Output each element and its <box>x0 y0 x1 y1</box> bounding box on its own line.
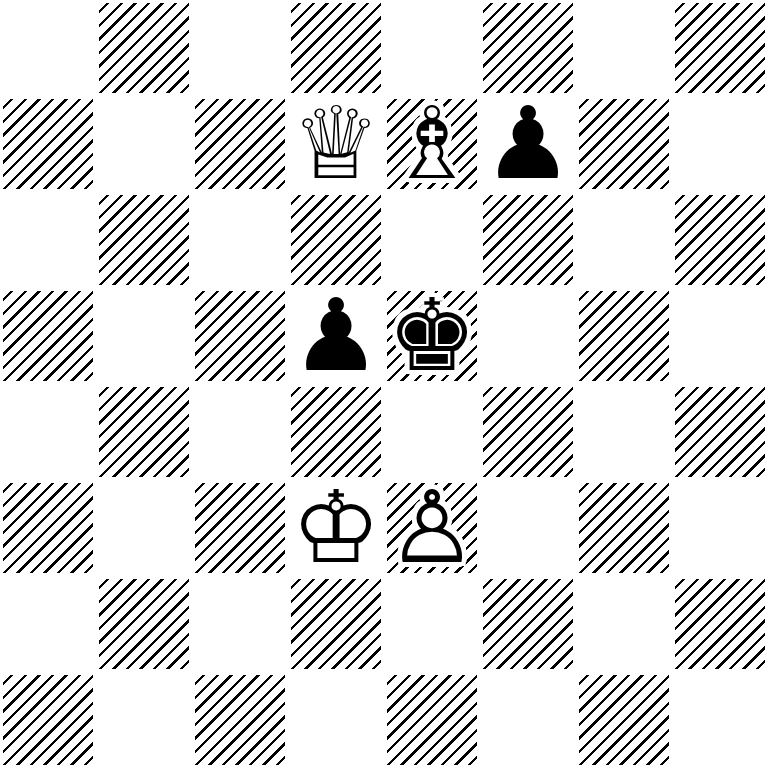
square-c4[interactable] <box>192 384 288 480</box>
square-b5[interactable] <box>96 288 192 384</box>
white-pawn-icon: ♙ <box>384 480 480 576</box>
square-h6[interactable] <box>672 192 768 288</box>
square-c7[interactable] <box>192 96 288 192</box>
square-b7[interactable] <box>96 96 192 192</box>
square-a8[interactable] <box>0 0 96 96</box>
square-b3[interactable] <box>96 480 192 576</box>
white-king-icon: ♔ <box>288 480 384 576</box>
square-e3[interactable]: ♟♙ <box>384 480 480 576</box>
black-king-icon: ♚ <box>384 288 480 384</box>
square-f1[interactable] <box>480 672 576 768</box>
square-d6[interactable] <box>288 192 384 288</box>
square-h3[interactable] <box>672 480 768 576</box>
square-a2[interactable] <box>0 576 96 672</box>
square-g8[interactable] <box>576 0 672 96</box>
white-king-fill: ♚ <box>288 480 384 576</box>
square-g5[interactable] <box>576 288 672 384</box>
square-f5[interactable] <box>480 288 576 384</box>
white-queen-fill: ♛ <box>288 96 384 192</box>
square-f4[interactable] <box>480 384 576 480</box>
black-pawn-icon: ♟ <box>480 96 576 192</box>
square-a5[interactable] <box>0 288 96 384</box>
square-d4[interactable] <box>288 384 384 480</box>
square-g6[interactable] <box>576 192 672 288</box>
square-h8[interactable] <box>672 0 768 96</box>
square-f3[interactable] <box>480 480 576 576</box>
square-f2[interactable] <box>480 576 576 672</box>
square-f8[interactable] <box>480 0 576 96</box>
square-b2[interactable] <box>96 576 192 672</box>
square-d2[interactable] <box>288 576 384 672</box>
square-c8[interactable] <box>192 0 288 96</box>
square-d8[interactable] <box>288 0 384 96</box>
square-c3[interactable] <box>192 480 288 576</box>
chess-board: ♛♕♝♗♟♟♚♚♔♟♙ <box>0 0 768 768</box>
black-pawn-icon: ♟ <box>288 288 384 384</box>
square-e7[interactable]: ♝♗ <box>384 96 480 192</box>
square-g7[interactable] <box>576 96 672 192</box>
square-g1[interactable] <box>576 672 672 768</box>
square-e2[interactable] <box>384 576 480 672</box>
square-d1[interactable] <box>288 672 384 768</box>
square-e5[interactable]: ♚ <box>384 288 480 384</box>
square-f6[interactable] <box>480 192 576 288</box>
square-h4[interactable] <box>672 384 768 480</box>
square-c2[interactable] <box>192 576 288 672</box>
square-e4[interactable] <box>384 384 480 480</box>
square-a4[interactable] <box>0 384 96 480</box>
square-e6[interactable] <box>384 192 480 288</box>
square-a3[interactable] <box>0 480 96 576</box>
square-g4[interactable] <box>576 384 672 480</box>
square-c1[interactable] <box>192 672 288 768</box>
square-b6[interactable] <box>96 192 192 288</box>
square-h5[interactable] <box>672 288 768 384</box>
white-queen-icon: ♕ <box>288 96 384 192</box>
square-h1[interactable] <box>672 672 768 768</box>
square-f7[interactable]: ♟ <box>480 96 576 192</box>
square-a7[interactable] <box>0 96 96 192</box>
square-c6[interactable] <box>192 192 288 288</box>
square-d5[interactable]: ♟ <box>288 288 384 384</box>
square-a1[interactable] <box>0 672 96 768</box>
square-d3[interactable]: ♚♔ <box>288 480 384 576</box>
white-bishop-fill: ♝ <box>384 96 480 192</box>
square-c5[interactable] <box>192 288 288 384</box>
square-b4[interactable] <box>96 384 192 480</box>
square-g2[interactable] <box>576 576 672 672</box>
square-d7[interactable]: ♛♕ <box>288 96 384 192</box>
square-b8[interactable] <box>96 0 192 96</box>
white-pawn-fill: ♟ <box>384 480 480 576</box>
square-e1[interactable] <box>384 672 480 768</box>
square-g3[interactable] <box>576 480 672 576</box>
square-a6[interactable] <box>0 192 96 288</box>
white-bishop-icon: ♗ <box>384 96 480 192</box>
square-b1[interactable] <box>96 672 192 768</box>
square-e8[interactable] <box>384 0 480 96</box>
square-h2[interactable] <box>672 576 768 672</box>
square-h7[interactable] <box>672 96 768 192</box>
